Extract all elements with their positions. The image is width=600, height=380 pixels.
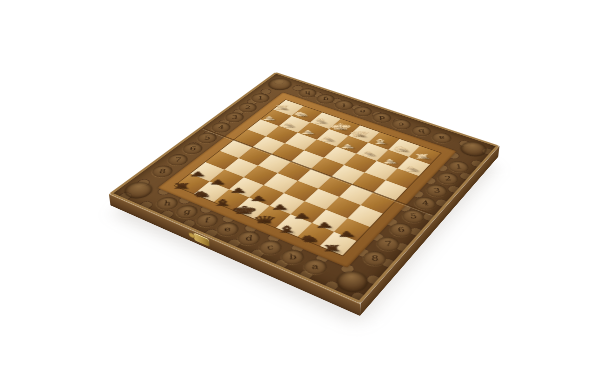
coordinate-label: d <box>245 235 253 242</box>
coordinate-label: 2 <box>245 105 251 110</box>
coordinate-label: b <box>418 128 425 133</box>
coordinate-label: a <box>312 263 319 271</box>
file-medallion: c <box>255 238 286 258</box>
file-medallion: b <box>277 247 308 267</box>
coordinate-label: 1 <box>455 164 463 170</box>
rank-medallion: 1 <box>445 159 472 175</box>
piece-glyph: ♟ <box>356 150 381 156</box>
piece-glyph: ♟ <box>316 136 340 142</box>
piece-glyph: ♟ <box>296 129 320 135</box>
rank-medallion: 6 <box>386 220 416 239</box>
rank-medallion: 3 <box>423 182 451 199</box>
coordinate-label: 4 <box>421 200 429 206</box>
piece-glyph: ♟ <box>336 143 360 149</box>
chess-box: hgfedcba hgfedcba 12345678 12345678 ♜♞♝♚… <box>109 72 500 304</box>
coordinate-label: g <box>323 97 329 102</box>
coordinate-label: h <box>163 200 171 206</box>
piece-glyph: ♞ <box>290 111 313 117</box>
coordinate-label: 2 <box>444 175 452 181</box>
coordinate-label: 7 <box>384 240 392 247</box>
file-medallion: a <box>300 256 332 277</box>
file-medallion: g <box>172 203 202 221</box>
file-medallion: e <box>212 220 243 239</box>
coordinate-label: f <box>205 217 210 224</box>
corner-medallion <box>119 179 157 201</box>
rank-medallion: 4 <box>411 195 439 213</box>
coordinate-label: 8 <box>159 168 167 174</box>
product-photo: hgfedcba hgfedcba 12345678 12345678 ♜♞♝♚… <box>0 0 600 380</box>
coordinate-label: a <box>438 135 445 140</box>
rank-medallion: 8 <box>148 163 176 179</box>
coordinate-label: e <box>360 109 366 114</box>
piece-glyph: ♜ <box>410 153 435 160</box>
coordinate-label: 3 <box>231 115 237 120</box>
coordinate-label: d <box>379 115 385 120</box>
coordinate-label: 6 <box>397 226 405 233</box>
carved-frame: hgfedcba hgfedcba 12345678 12345678 <box>109 72 500 304</box>
piece-glyph: ♜ <box>271 105 294 111</box>
file-medallion: d <box>233 229 264 248</box>
rank-medallion: 2 <box>434 170 461 186</box>
coordinate-label: e <box>224 226 231 233</box>
coordinate-label: 6 <box>189 146 196 151</box>
piece-glyph: ♟ <box>277 122 300 128</box>
coordinate-label: 4 <box>218 125 225 130</box>
piece-glyph: ♝ <box>368 138 393 145</box>
coordinate-label: g <box>183 209 191 216</box>
rank-medallion: 8 <box>359 248 390 268</box>
coordinate-label: 7 <box>174 157 181 163</box>
scene: hgfedcba hgfedcba 12345678 12345678 ♜♞♝♚… <box>0 0 600 380</box>
coordinate-label: b <box>289 253 296 260</box>
file-medallion: f <box>192 211 222 229</box>
corner-medallion <box>457 139 491 159</box>
corner-medallion <box>264 76 296 92</box>
coordinate-label: f <box>342 103 346 108</box>
piece-glyph: ♞ <box>389 145 414 152</box>
piece-glyph: ♟ <box>398 166 424 172</box>
piece-glyph: ♟ <box>377 158 402 164</box>
coordinate-label: 5 <box>409 213 417 220</box>
corner-medallion <box>331 268 373 296</box>
coordinate-label: 8 <box>371 255 379 262</box>
coordinate-label: 1 <box>257 96 263 101</box>
file-medallion: h <box>152 195 182 213</box>
rank-medallion: 5 <box>399 207 428 225</box>
rank-medallion: 7 <box>373 234 403 254</box>
piece-glyph: ♟ <box>258 115 281 120</box>
coordinate-label: 5 <box>204 135 211 140</box>
coordinate-label: 3 <box>433 188 441 194</box>
coordinate-label: h <box>305 91 311 96</box>
coordinate-label: c <box>398 122 404 127</box>
coordinate-label: c <box>267 244 274 251</box>
